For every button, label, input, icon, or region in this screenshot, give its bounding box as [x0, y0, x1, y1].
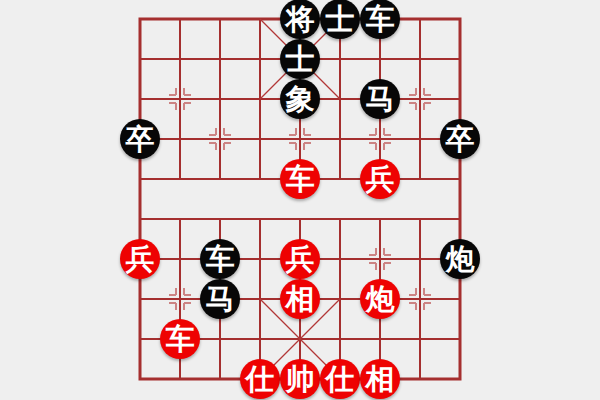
piece-black-advisor[interactable]: 士 [280, 39, 320, 79]
piece-red-chariot[interactable]: 车 [280, 159, 320, 199]
piece-black-advisor[interactable]: 士 [320, 0, 360, 39]
piece-black-cannon[interactable]: 炮 [440, 239, 480, 279]
piece-black-horse[interactable]: 马 [360, 79, 400, 119]
piece-red-elephant[interactable]: 相 [280, 279, 320, 319]
piece-black-chariot[interactable]: 车 [200, 239, 240, 279]
piece-red-elephant[interactable]: 相 [360, 359, 400, 399]
piece-red-general[interactable]: 帅 [280, 359, 320, 399]
piece-red-cannon[interactable]: 炮 [360, 279, 400, 319]
piece-red-pawn[interactable]: 兵 [280, 239, 320, 279]
piece-black-pawn[interactable]: 卒 [440, 119, 480, 159]
pieces-layer: 将士车士象马卒卒车兵兵车兵炮马相炮车仕帅仕相 [120, 0, 480, 399]
piece-red-advisor[interactable]: 仕 [320, 359, 360, 399]
piece-black-pawn[interactable]: 卒 [120, 119, 160, 159]
piece-red-chariot[interactable]: 车 [160, 319, 200, 359]
piece-black-horse[interactable]: 马 [200, 279, 240, 319]
piece-black-general[interactable]: 将 [280, 0, 320, 39]
piece-black-elephant[interactable]: 象 [280, 79, 320, 119]
piece-black-chariot[interactable]: 车 [360, 0, 400, 39]
xiangqi-board-area: 将士车士象马卒卒车兵兵车兵炮马相炮车仕帅仕相 [0, 0, 600, 400]
piece-red-pawn[interactable]: 兵 [360, 159, 400, 199]
piece-red-pawn[interactable]: 兵 [120, 239, 160, 279]
piece-red-advisor[interactable]: 仕 [240, 359, 280, 399]
